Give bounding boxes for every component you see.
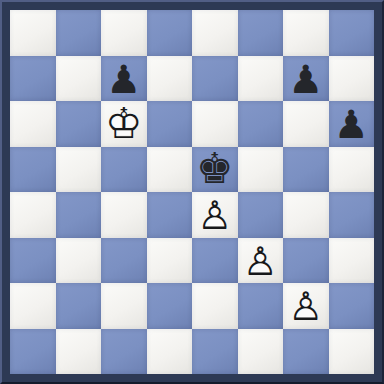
square-a7[interactable]	[10, 56, 56, 102]
square-b2[interactable]	[56, 283, 102, 329]
square-b8[interactable]	[56, 10, 102, 56]
square-h6[interactable]: ♟	[329, 101, 375, 147]
square-g8[interactable]	[283, 10, 329, 56]
square-g1[interactable]	[283, 329, 329, 375]
square-c1[interactable]	[101, 329, 147, 375]
square-d1[interactable]	[147, 329, 193, 375]
square-a4[interactable]	[10, 192, 56, 238]
white-pawn-outline-glyph: ♙	[283, 283, 329, 329]
square-e3[interactable]	[192, 238, 238, 284]
square-a8[interactable]	[10, 10, 56, 56]
square-e5[interactable]: ♚	[192, 147, 238, 193]
square-d4[interactable]	[147, 192, 193, 238]
square-h2[interactable]	[329, 283, 375, 329]
square-f7[interactable]	[238, 56, 284, 102]
piece-black-pawn-h6[interactable]: ♟	[329, 101, 375, 147]
square-d6[interactable]	[147, 101, 193, 147]
square-b7[interactable]	[56, 56, 102, 102]
square-e8[interactable]	[192, 10, 238, 56]
square-c7[interactable]: ♟	[101, 56, 147, 102]
square-b1[interactable]	[56, 329, 102, 375]
square-b3[interactable]	[56, 238, 102, 284]
square-c4[interactable]	[101, 192, 147, 238]
square-c8[interactable]	[101, 10, 147, 56]
square-g6[interactable]	[283, 101, 329, 147]
square-e4[interactable]: ♟♙	[192, 192, 238, 238]
square-b5[interactable]	[56, 147, 102, 193]
square-g4[interactable]	[283, 192, 329, 238]
square-g3[interactable]	[283, 238, 329, 284]
square-f6[interactable]	[238, 101, 284, 147]
square-d8[interactable]	[147, 10, 193, 56]
square-g7[interactable]: ♟	[283, 56, 329, 102]
piece-black-pawn-c7[interactable]: ♟	[101, 56, 147, 102]
black-pawn-glyph: ♟	[283, 56, 329, 102]
white-king-outline-glyph: ♔	[101, 101, 147, 147]
square-g2[interactable]: ♟♙	[283, 283, 329, 329]
square-h3[interactable]	[329, 238, 375, 284]
square-e2[interactable]	[192, 283, 238, 329]
square-a2[interactable]	[10, 283, 56, 329]
white-pawn-outline-glyph: ♙	[192, 192, 238, 238]
board-frame: ♟♟♚♔♟♚♟♙♟♙♟♙	[0, 0, 384, 384]
square-h7[interactable]	[329, 56, 375, 102]
square-h4[interactable]	[329, 192, 375, 238]
square-f3[interactable]: ♟♙	[238, 238, 284, 284]
square-c5[interactable]	[101, 147, 147, 193]
square-e6[interactable]	[192, 101, 238, 147]
piece-white-pawn-e4[interactable]: ♟♙	[192, 192, 238, 238]
square-f5[interactable]	[238, 147, 284, 193]
black-pawn-glyph: ♟	[329, 101, 375, 147]
square-h8[interactable]	[329, 10, 375, 56]
square-e7[interactable]	[192, 56, 238, 102]
white-pawn-outline-glyph: ♙	[238, 238, 284, 284]
square-b6[interactable]	[56, 101, 102, 147]
square-f8[interactable]	[238, 10, 284, 56]
square-f2[interactable]	[238, 283, 284, 329]
square-f4[interactable]	[238, 192, 284, 238]
square-h1[interactable]	[329, 329, 375, 375]
square-h5[interactable]	[329, 147, 375, 193]
square-d3[interactable]	[147, 238, 193, 284]
square-d5[interactable]	[147, 147, 193, 193]
square-f1[interactable]	[238, 329, 284, 375]
piece-white-pawn-g2[interactable]: ♟♙	[283, 283, 329, 329]
square-a5[interactable]	[10, 147, 56, 193]
square-e1[interactable]	[192, 329, 238, 375]
square-g5[interactable]	[283, 147, 329, 193]
square-c2[interactable]	[101, 283, 147, 329]
chess-board: ♟♟♚♔♟♚♟♙♟♙♟♙	[10, 10, 374, 374]
square-a6[interactable]	[10, 101, 56, 147]
black-king-glyph: ♚	[192, 147, 238, 193]
square-c6[interactable]: ♚♔	[101, 101, 147, 147]
piece-black-pawn-g7[interactable]: ♟	[283, 56, 329, 102]
square-c3[interactable]	[101, 238, 147, 284]
piece-black-king-e5[interactable]: ♚	[192, 147, 238, 193]
piece-white-king-c6[interactable]: ♚♔	[101, 101, 147, 147]
black-pawn-glyph: ♟	[101, 56, 147, 102]
square-a3[interactable]	[10, 238, 56, 284]
square-d7[interactable]	[147, 56, 193, 102]
square-b4[interactable]	[56, 192, 102, 238]
square-d2[interactable]	[147, 283, 193, 329]
piece-white-pawn-f3[interactable]: ♟♙	[238, 238, 284, 284]
square-a1[interactable]	[10, 329, 56, 375]
